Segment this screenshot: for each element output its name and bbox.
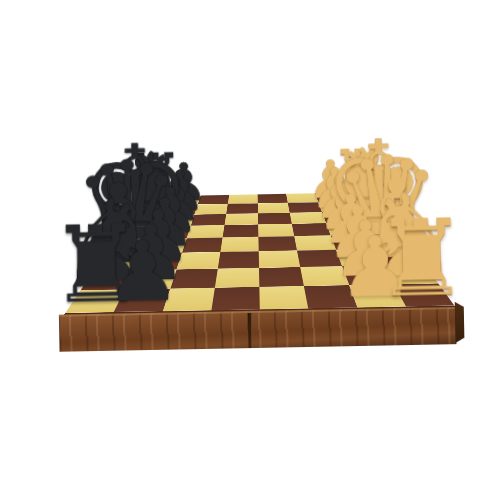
square-c4[interactable] xyxy=(259,251,301,268)
board-and-box: ♜♟♟♜♞♟♟♞♝♟♟♝♚♟♟♚♛♟♟♛♝♟♟♝♞♟♟♞♜♟♟♜ xyxy=(0,0,500,500)
chess-board: ♜♟♟♜♞♟♟♞♝♟♟♝♚♟♟♚♛♟♟♛♝♟♟♝♞♟♟♞♜♟♟♜ xyxy=(63,192,457,316)
square-d4[interactable] xyxy=(258,236,297,251)
chess-set-photo: ♜♟♟♜♞♟♟♞♝♟♟♝♚♟♟♚♛♟♟♛♝♟♟♝♞♟♟♞♜♟♟♜ xyxy=(0,0,500,500)
square-b4[interactable] xyxy=(259,267,304,287)
square-a1[interactable]: ♜ xyxy=(394,283,455,306)
box-fold-seam xyxy=(248,313,253,348)
square-g5[interactable] xyxy=(226,203,258,214)
square-a5[interactable] xyxy=(211,287,260,310)
square-e4[interactable] xyxy=(258,224,294,237)
square-f5[interactable] xyxy=(224,213,258,225)
piece-white-rook[interactable]: ♜ xyxy=(373,205,470,313)
square-e5[interactable] xyxy=(222,224,258,237)
square-f4[interactable] xyxy=(258,213,292,225)
square-b5[interactable] xyxy=(215,268,260,288)
square-g4[interactable] xyxy=(258,203,290,214)
square-c5[interactable] xyxy=(218,251,259,268)
square-a7[interactable]: ♟ xyxy=(114,289,170,313)
square-d5[interactable] xyxy=(220,237,259,252)
square-a4[interactable] xyxy=(259,286,308,309)
board-box-front xyxy=(59,307,457,352)
